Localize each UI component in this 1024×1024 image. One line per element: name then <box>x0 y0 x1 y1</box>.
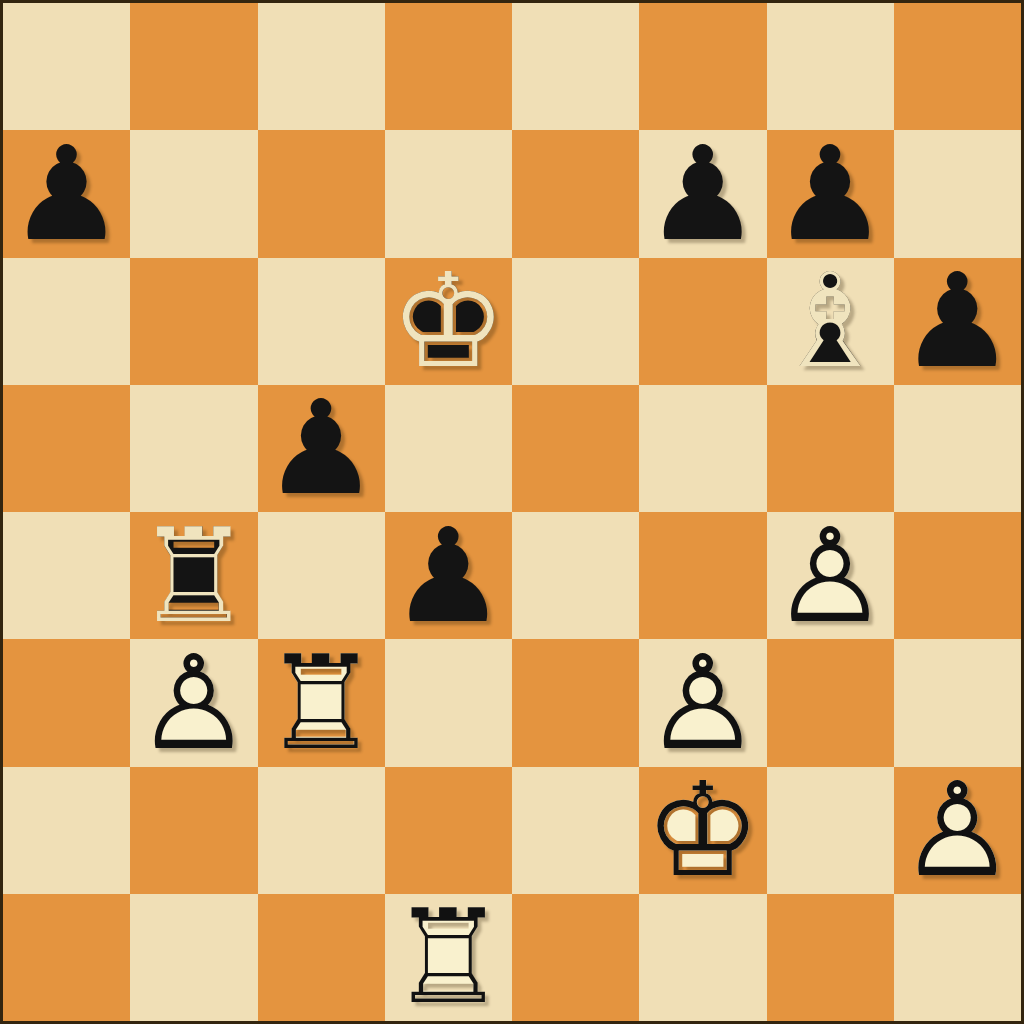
white-pawn-glyph: ♟ <box>767 512 894 639</box>
white-pawn-outline-glyph: ♙ <box>130 639 257 766</box>
square-b5[interactable] <box>130 385 257 512</box>
white-rook-outline-glyph: ♖ <box>258 639 385 766</box>
square-d2[interactable] <box>385 767 512 894</box>
white-pawn-glyph: ♟ <box>639 639 766 766</box>
piece-black-pawn-g7[interactable]: ♟ <box>767 130 894 257</box>
square-h8[interactable] <box>894 3 1021 130</box>
square-f8[interactable] <box>639 3 766 130</box>
square-d3[interactable] <box>385 639 512 766</box>
square-c3[interactable]: ♜♖ <box>258 639 385 766</box>
piece-white-king-f2[interactable]: ♚♔ <box>639 767 766 894</box>
square-a5[interactable] <box>3 385 130 512</box>
square-d4[interactable]: ♟ <box>385 512 512 639</box>
square-b7[interactable] <box>130 130 257 257</box>
square-b3[interactable]: ♟♙ <box>130 639 257 766</box>
square-c4[interactable] <box>258 512 385 639</box>
square-f1[interactable] <box>639 894 766 1021</box>
square-h4[interactable] <box>894 512 1021 639</box>
square-h7[interactable] <box>894 130 1021 257</box>
square-g2[interactable] <box>767 767 894 894</box>
square-f6[interactable] <box>639 258 766 385</box>
piece-black-pawn-c5[interactable]: ♟ <box>258 385 385 512</box>
square-f5[interactable] <box>639 385 766 512</box>
square-e7[interactable] <box>512 130 639 257</box>
square-e6[interactable] <box>512 258 639 385</box>
white-pawn-glyph: ♟ <box>130 639 257 766</box>
square-a2[interactable] <box>3 767 130 894</box>
square-d6[interactable]: ♚♔ <box>385 258 512 385</box>
square-e1[interactable] <box>512 894 639 1021</box>
square-h6[interactable]: ♟ <box>894 258 1021 385</box>
piece-black-pawn-h6[interactable]: ♟ <box>894 258 1021 385</box>
square-f2[interactable]: ♚♔ <box>639 767 766 894</box>
black-pawn-glyph: ♟ <box>385 512 512 639</box>
piece-white-rook-d1[interactable]: ♜♖ <box>385 894 512 1021</box>
square-d5[interactable] <box>385 385 512 512</box>
piece-black-pawn-d4[interactable]: ♟ <box>385 512 512 639</box>
piece-black-king-d6[interactable]: ♚♔ <box>385 258 512 385</box>
square-e8[interactable] <box>512 3 639 130</box>
square-f3[interactable]: ♟♙ <box>639 639 766 766</box>
square-c2[interactable] <box>258 767 385 894</box>
square-c6[interactable] <box>258 258 385 385</box>
square-e2[interactable] <box>512 767 639 894</box>
square-c7[interactable] <box>258 130 385 257</box>
black-king-glyph: ♚ <box>385 258 512 385</box>
square-b2[interactable] <box>130 767 257 894</box>
piece-white-pawn-b3[interactable]: ♟♙ <box>130 639 257 766</box>
square-h2[interactable]: ♟♙ <box>894 767 1021 894</box>
black-rook-outline-glyph: ♖ <box>130 512 257 639</box>
square-b6[interactable] <box>130 258 257 385</box>
square-d1[interactable]: ♜♖ <box>385 894 512 1021</box>
square-a3[interactable] <box>3 639 130 766</box>
square-g5[interactable] <box>767 385 894 512</box>
white-king-glyph: ♚ <box>639 767 766 894</box>
square-a6[interactable] <box>3 258 130 385</box>
white-pawn-glyph: ♟ <box>894 767 1021 894</box>
square-h3[interactable] <box>894 639 1021 766</box>
square-c1[interactable] <box>258 894 385 1021</box>
square-a7[interactable]: ♟ <box>3 130 130 257</box>
piece-white-rook-c3[interactable]: ♜♖ <box>258 639 385 766</box>
piece-black-pawn-a7[interactable]: ♟ <box>3 130 130 257</box>
square-b1[interactable] <box>130 894 257 1021</box>
square-a1[interactable] <box>3 894 130 1021</box>
square-a4[interactable] <box>3 512 130 639</box>
square-d7[interactable] <box>385 130 512 257</box>
black-pawn-glyph: ♟ <box>3 130 130 257</box>
piece-white-pawn-g4[interactable]: ♟♙ <box>767 512 894 639</box>
square-b4[interactable]: ♜♖ <box>130 512 257 639</box>
square-c5[interactable]: ♟ <box>258 385 385 512</box>
square-h1[interactable] <box>894 894 1021 1021</box>
square-a8[interactable] <box>3 3 130 130</box>
piece-black-pawn-f7[interactable]: ♟ <box>639 130 766 257</box>
black-pawn-glyph: ♟ <box>767 130 894 257</box>
square-g6[interactable]: ♝♗ <box>767 258 894 385</box>
square-e4[interactable] <box>512 512 639 639</box>
black-pawn-glyph: ♟ <box>894 258 1021 385</box>
white-pawn-outline-glyph: ♙ <box>639 639 766 766</box>
square-g3[interactable] <box>767 639 894 766</box>
square-g7[interactable]: ♟ <box>767 130 894 257</box>
square-h5[interactable] <box>894 385 1021 512</box>
square-b8[interactable] <box>130 3 257 130</box>
black-rook-glyph: ♜ <box>130 512 257 639</box>
square-f7[interactable]: ♟ <box>639 130 766 257</box>
square-f4[interactable] <box>639 512 766 639</box>
square-e5[interactable] <box>512 385 639 512</box>
piece-white-pawn-h2[interactable]: ♟♙ <box>894 767 1021 894</box>
black-bishop-outline-glyph: ♗ <box>767 258 894 385</box>
piece-black-rook-b4[interactable]: ♜♖ <box>130 512 257 639</box>
white-pawn-outline-glyph: ♙ <box>767 512 894 639</box>
square-g4[interactable]: ♟♙ <box>767 512 894 639</box>
square-d8[interactable] <box>385 3 512 130</box>
black-king-outline-glyph: ♔ <box>385 258 512 385</box>
white-rook-glyph: ♜ <box>385 894 512 1021</box>
white-king-outline-glyph: ♔ <box>639 767 766 894</box>
black-bishop-glyph: ♝ <box>767 258 894 385</box>
white-rook-outline-glyph: ♖ <box>385 894 512 1021</box>
white-rook-glyph: ♜ <box>258 639 385 766</box>
black-pawn-glyph: ♟ <box>639 130 766 257</box>
square-g1[interactable] <box>767 894 894 1021</box>
square-e3[interactable] <box>512 639 639 766</box>
piece-black-bishop-g6[interactable]: ♝♗ <box>767 258 894 385</box>
piece-white-pawn-f3[interactable]: ♟♙ <box>639 639 766 766</box>
black-pawn-glyph: ♟ <box>258 385 385 512</box>
square-g8[interactable] <box>767 3 894 130</box>
white-pawn-outline-glyph: ♙ <box>894 767 1021 894</box>
square-c8[interactable] <box>258 3 385 130</box>
chess-board: ♟♟♟♚♔♝♗♟♟♜♖♟♟♙♟♙♜♖♟♙♚♔♟♙♜♖ <box>0 0 1024 1024</box>
